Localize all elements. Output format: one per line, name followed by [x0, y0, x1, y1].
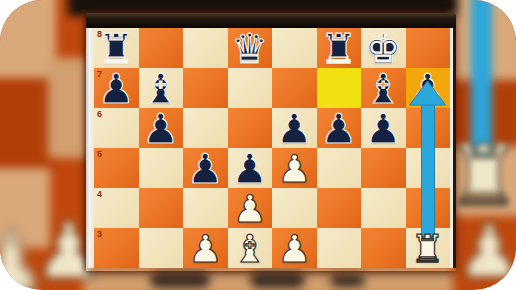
window-edge-right — [450, 28, 456, 268]
square-c5[interactable]: ♟ — [183, 148, 228, 188]
piece-black-queen-d8[interactable]: ♛ — [228, 28, 273, 68]
blurred-piece-shadow — [150, 272, 210, 288]
square-e3[interactable]: ♟ — [272, 228, 317, 268]
piece-white-bishop-d3[interactable]: ♝ — [228, 228, 273, 268]
piece-white-rook-h3[interactable]: ♜ — [406, 228, 451, 268]
square-c6[interactable] — [183, 108, 228, 148]
square-h6[interactable] — [406, 108, 451, 148]
square-c8[interactable] — [183, 28, 228, 68]
blurred-piece-shadow — [330, 274, 365, 287]
rank-label-3: 3 — [97, 229, 102, 239]
square-f7[interactable] — [317, 68, 362, 108]
square-f5[interactable] — [317, 148, 362, 188]
rank-label-8: 8 — [97, 29, 102, 39]
square-f6[interactable]: ♟ — [317, 108, 362, 148]
square-h7[interactable]: ♟ — [406, 68, 451, 108]
square-a6[interactable]: 6 — [94, 108, 139, 148]
square-a3[interactable]: 3 — [94, 228, 139, 268]
square-b8[interactable] — [139, 28, 184, 68]
square-g8[interactable]: ♚ — [361, 28, 406, 68]
chess-thumbnail: ♟ ♟ ♜ ♟ 8♜♛♜♚7♟♝♝♟6♟♟♟♟5♟♟♟4♟3♟♝♟♜ — [0, 0, 516, 290]
piece-black-pawn-h7[interactable]: ♟ — [406, 68, 451, 108]
square-g5[interactable] — [361, 148, 406, 188]
piece-black-pawn-b6[interactable]: ♟ — [139, 108, 184, 148]
square-g4[interactable] — [361, 188, 406, 228]
piece-black-pawn-g6[interactable]: ♟ — [361, 108, 406, 148]
square-h5[interactable] — [406, 148, 451, 188]
square-f3[interactable] — [317, 228, 362, 268]
bg-blurred-pawn-icon: ♟ — [456, 214, 516, 288]
square-h8[interactable] — [406, 28, 451, 68]
piece-black-rook-f8[interactable]: ♜ — [317, 28, 362, 68]
square-a4[interactable]: 4 — [94, 188, 139, 228]
piece-white-pawn-d4[interactable]: ♟ — [228, 188, 273, 228]
square-d4[interactable]: ♟ — [228, 188, 273, 228]
square-a7[interactable]: 7♟ — [94, 68, 139, 108]
square-f8[interactable]: ♜ — [317, 28, 362, 68]
square-c7[interactable] — [183, 68, 228, 108]
rank-label-4: 4 — [97, 189, 102, 199]
piece-black-pawn-e6[interactable]: ♟ — [272, 108, 317, 148]
square-g3[interactable] — [361, 228, 406, 268]
square-e4[interactable] — [272, 188, 317, 228]
piece-black-pawn-c5[interactable]: ♟ — [183, 148, 228, 188]
square-c4[interactable] — [183, 188, 228, 228]
piece-white-pawn-e3[interactable]: ♟ — [272, 228, 317, 268]
square-a8[interactable]: 8♜ — [94, 28, 139, 68]
rank-label-6: 6 — [97, 109, 102, 119]
square-g7[interactable]: ♝ — [361, 68, 406, 108]
chess-board: 8♜♛♜♚7♟♝♝♟6♟♟♟♟5♟♟♟4♟3♟♝♟♜ — [94, 28, 450, 268]
window-edge-left — [86, 28, 94, 268]
square-f4[interactable] — [317, 188, 362, 228]
piece-black-bishop-g7[interactable]: ♝ — [361, 68, 406, 108]
square-c3[interactable]: ♟ — [183, 228, 228, 268]
square-b5[interactable] — [139, 148, 184, 188]
square-b4[interactable] — [139, 188, 184, 228]
rank-label-7: 7 — [97, 69, 102, 79]
piece-black-pawn-d5[interactable]: ♟ — [228, 148, 273, 188]
square-e6[interactable]: ♟ — [272, 108, 317, 148]
square-d3[interactable]: ♝ — [228, 228, 273, 268]
square-e8[interactable] — [272, 28, 317, 68]
bg-blurred-rook-icon: ♜ — [446, 134, 516, 218]
piece-black-bishop-b7[interactable]: ♝ — [139, 68, 184, 108]
square-d7[interactable] — [228, 68, 273, 108]
square-b3[interactable] — [139, 228, 184, 268]
piece-white-pawn-c3[interactable]: ♟ — [183, 228, 228, 268]
square-b6[interactable]: ♟ — [139, 108, 184, 148]
rank-label-5: 5 — [97, 149, 102, 159]
piece-black-king-g8[interactable]: ♚ — [361, 28, 406, 68]
square-h3[interactable]: ♜ — [406, 228, 451, 268]
square-e7[interactable] — [272, 68, 317, 108]
square-g6[interactable]: ♟ — [361, 108, 406, 148]
square-e5[interactable]: ♟ — [272, 148, 317, 188]
piece-black-pawn-f6[interactable]: ♟ — [317, 108, 362, 148]
square-a5[interactable]: 5 — [94, 148, 139, 188]
chess-app-screenshot: 8♜♛♜♚7♟♝♝♟6♟♟♟♟5♟♟♟4♟3♟♝♟♜ — [86, 13, 456, 271]
square-h4[interactable] — [406, 188, 451, 228]
square-d8[interactable]: ♛ — [228, 28, 273, 68]
blurred-piece-shadow — [250, 272, 305, 288]
square-b7[interactable]: ♝ — [139, 68, 184, 108]
square-d5[interactable]: ♟ — [228, 148, 273, 188]
piece-white-pawn-e5[interactable]: ♟ — [272, 148, 317, 188]
square-d6[interactable] — [228, 108, 273, 148]
